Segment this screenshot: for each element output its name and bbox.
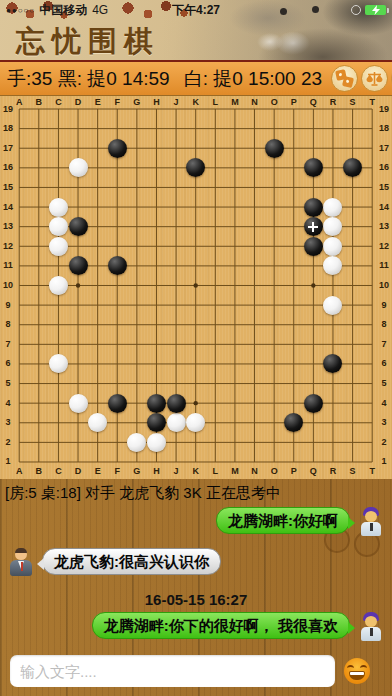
chat-area: [房:5 桌:18] 对手 龙虎飞豹 3K 正在思考中 龙腾湖畔:你好啊龙虎飞豹… (0, 479, 392, 696)
coord-column-bottom: Q (305, 466, 321, 477)
coord-column-top: G (129, 97, 145, 108)
star-point (76, 283, 80, 287)
coord-column-bottom: M (227, 466, 243, 477)
coord-row-right: 2 (376, 437, 392, 448)
coord-row-left: 13 (0, 221, 16, 232)
coord-column-bottom: J (168, 466, 184, 477)
white-stone-C14 (49, 198, 68, 217)
opponent-avatar (8, 548, 34, 578)
star-point (193, 283, 197, 287)
coord-row-right: 14 (376, 202, 392, 213)
chat-message-row: 龙虎飞豹:很高兴认识你 (0, 548, 392, 578)
coord-column-top: J (168, 97, 184, 108)
black-stone-D11 (69, 256, 88, 275)
coord-row-right: 7 (376, 339, 392, 350)
coord-row-left: 10 (0, 280, 16, 291)
coord-column-top: P (286, 97, 302, 108)
coord-row-right: 10 (376, 280, 392, 291)
self-avatar (358, 612, 384, 642)
coord-column-top: F (109, 97, 125, 108)
coord-row-right: 4 (376, 398, 392, 409)
coord-row-left: 4 (0, 398, 16, 409)
coord-row-right: 11 (376, 260, 392, 271)
black-stone-Q12 (304, 237, 323, 256)
coord-column-bottom: B (31, 466, 47, 477)
coord-column-top: N (247, 97, 263, 108)
coord-column-bottom: R (325, 466, 341, 477)
scales-icon (366, 71, 383, 87)
white-stone-D4 (69, 394, 88, 413)
coord-row-right: 15 (376, 182, 392, 193)
coord-column-bottom: E (90, 466, 106, 477)
coord-row-right: 8 (376, 319, 392, 330)
coord-row-right: 3 (376, 417, 392, 428)
dice-button[interactable] (331, 65, 358, 92)
black-stone-J4 (167, 394, 186, 413)
black-stone-F17 (108, 139, 127, 158)
coord-row-left: 8 (0, 319, 16, 330)
coord-row-right: 18 (376, 123, 392, 134)
black-stone-H4 (147, 394, 166, 413)
coord-row-left: 14 (0, 202, 16, 213)
star-point (311, 283, 315, 287)
chat-bubble: 龙腾湖畔:你好啊 (216, 507, 350, 534)
alarm-clock-icon (351, 5, 361, 15)
coord-column-bottom: F (109, 466, 125, 477)
chat-message-row: 龙腾湖畔:你好啊 (0, 507, 392, 537)
clock-label: 下午4:27 (0, 2, 392, 19)
white-stone-R14 (323, 198, 342, 217)
white-stone-C13 (49, 217, 68, 236)
coord-row-left: 9 (0, 300, 16, 311)
coord-column-top: S (345, 97, 361, 108)
coord-column-bottom: P (286, 466, 302, 477)
black-stone-D13 (69, 217, 88, 236)
coord-row-right: 13 (376, 221, 392, 232)
self-avatar (358, 507, 384, 537)
coord-row-left: 12 (0, 241, 16, 252)
coord-column-bottom: C (50, 466, 66, 477)
top-banner: ●●○○○ 中国移动 4G 下午4:27 忘忧围棋 (0, 0, 392, 60)
coord-column-top: D (70, 97, 86, 108)
black-stone-Q4 (304, 394, 323, 413)
chat-bubble: 龙虎飞豹:很高兴认识你 (42, 548, 221, 575)
coord-row-right: 1 (376, 456, 392, 467)
black-stone-O17 (265, 139, 284, 158)
coord-row-left: 6 (0, 358, 16, 369)
coord-row-left: 7 (0, 339, 16, 350)
coord-column-top: B (31, 97, 47, 108)
coord-row-left: 5 (0, 378, 16, 389)
coord-row-right: 9 (376, 300, 392, 311)
coord-column-bottom: L (207, 466, 223, 477)
chat-timestamp: 16-05-15 16:27 (0, 591, 392, 608)
coord-column-top: K (188, 97, 204, 108)
white-stone-J3 (167, 413, 186, 432)
coord-column-top: R (325, 97, 341, 108)
coord-column-top: H (148, 97, 164, 108)
coord-row-left: 15 (0, 182, 16, 193)
score-estimate-button[interactable] (361, 65, 388, 92)
black-stone-F11 (108, 256, 127, 275)
coord-column-bottom: A (11, 466, 27, 477)
coord-column-bottom: S (345, 466, 361, 477)
coord-row-left: 18 (0, 123, 16, 134)
coord-row-left: 19 (0, 104, 16, 115)
black-info-label: 手:35 黑: 提0 14:59 (7, 66, 170, 92)
coord-row-right: 6 (376, 358, 392, 369)
coord-row-left: 16 (0, 162, 16, 173)
coord-column-bottom: N (247, 466, 263, 477)
coord-row-left: 17 (0, 143, 16, 154)
coord-row-right: 16 (376, 162, 392, 173)
star-point (193, 401, 197, 405)
coord-column-bottom: D (70, 466, 86, 477)
white-info-label: 白: 提0 15:00 23 (184, 66, 322, 92)
coord-row-left: 2 (0, 437, 16, 448)
coord-row-left: 3 (0, 417, 16, 428)
app-title: 忘忧围棋 (16, 22, 160, 62)
last-move-marker (304, 217, 323, 236)
white-stone-C12 (49, 237, 68, 256)
battery-icon (365, 5, 386, 15)
white-stone-C10 (49, 276, 68, 295)
chat-message-row: 龙腾湖畔:你下的很好啊， 我很喜欢 (0, 612, 392, 642)
coord-column-top: O (266, 97, 282, 108)
coord-column-bottom: H (148, 466, 164, 477)
go-board[interactable]: AABBCCDDEEFFGGHHJJKKLLMMNNOOPPQQRRSSTT19… (0, 95, 392, 480)
status-bar: ●●○○○ 中国移动 4G 下午4:27 (0, 0, 392, 20)
coord-row-right: 19 (376, 104, 392, 115)
coord-column-bottom: G (129, 466, 145, 477)
coord-column-bottom: T (364, 466, 380, 477)
coord-column-top: Q (305, 97, 321, 108)
coord-column-top: M (227, 97, 243, 108)
white-stone-R9 (323, 296, 342, 315)
coord-column-top: L (207, 97, 223, 108)
coord-row-left: 1 (0, 456, 16, 467)
coord-column-bottom: K (188, 466, 204, 477)
chat-input-row (10, 655, 370, 687)
coord-row-right: 12 (376, 241, 392, 252)
black-stone-Q13 (304, 217, 323, 236)
emoji-mouth (349, 671, 365, 680)
game-info-bar: 手:35 黑: 提0 14:59 白: 提0 15:00 23 (0, 60, 392, 95)
white-stone-H2 (147, 433, 166, 452)
emoji-eye (360, 665, 367, 669)
dice-icon (342, 76, 354, 88)
app-screen: ●●○○○ 中国移动 4G 下午4:27 忘忧围棋 手:35 黑: 提0 14:… (0, 0, 392, 696)
chat-bubble: 龙腾湖畔:你下的很好啊， 我很喜欢 (92, 612, 350, 639)
coord-row-right: 17 (376, 143, 392, 154)
white-stone-D16 (69, 158, 88, 177)
chat-input[interactable] (10, 655, 335, 687)
coord-column-bottom: O (266, 466, 282, 477)
coord-column-top: E (90, 97, 106, 108)
room-status-label: [房:5 桌:18] 对手 龙虎飞豹 3K 正在思考中 (5, 484, 281, 503)
coord-row-right: 5 (376, 378, 392, 389)
black-stone-F4 (108, 394, 127, 413)
charging-bolt-icon (372, 5, 380, 15)
emoji-eye (347, 665, 354, 669)
coord-column-top: C (50, 97, 66, 108)
coord-row-left: 11 (0, 260, 16, 271)
emoji-button[interactable] (344, 658, 370, 684)
black-stone-Q14 (304, 198, 323, 217)
